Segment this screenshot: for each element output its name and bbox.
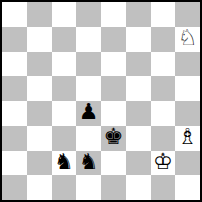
square-e5[interactable] [101, 76, 126, 101]
square-e7[interactable] [101, 27, 126, 52]
square-h6[interactable] [175, 52, 200, 77]
square-c4[interactable] [52, 101, 77, 126]
square-h5[interactable] [175, 76, 200, 101]
square-a6[interactable] [2, 52, 27, 77]
square-a8[interactable] [2, 2, 27, 27]
white-bishop-piece: ♗ [178, 126, 198, 148]
square-c7[interactable] [52, 27, 77, 52]
square-e4[interactable] [101, 101, 126, 126]
board-grid: ♘♟♚♗♞♞♔ [2, 2, 200, 200]
square-c3[interactable] [52, 126, 77, 151]
square-b8[interactable] [27, 2, 52, 27]
square-c6[interactable] [52, 52, 77, 77]
square-f7[interactable] [126, 27, 151, 52]
square-a2[interactable] [2, 151, 27, 176]
square-f1[interactable] [126, 175, 151, 200]
black-knight-piece: ♞ [79, 151, 99, 173]
square-e1[interactable] [101, 175, 126, 200]
square-g3[interactable] [151, 126, 176, 151]
square-d1[interactable] [76, 175, 101, 200]
square-h2[interactable] [175, 151, 200, 176]
square-b1[interactable] [27, 175, 52, 200]
black-pawn-piece: ♟ [79, 101, 99, 123]
square-b3[interactable] [27, 126, 52, 151]
square-a1[interactable] [2, 175, 27, 200]
square-b7[interactable] [27, 27, 52, 52]
square-h3[interactable]: ♗ [175, 126, 200, 151]
square-d7[interactable] [76, 27, 101, 52]
square-d6[interactable] [76, 52, 101, 77]
square-f3[interactable] [126, 126, 151, 151]
square-g4[interactable] [151, 101, 176, 126]
square-h8[interactable] [175, 2, 200, 27]
square-e8[interactable] [101, 2, 126, 27]
square-b4[interactable] [27, 101, 52, 126]
square-d8[interactable] [76, 2, 101, 27]
square-g7[interactable] [151, 27, 176, 52]
square-e3[interactable]: ♚ [101, 126, 126, 151]
square-d3[interactable] [76, 126, 101, 151]
square-f2[interactable] [126, 151, 151, 176]
square-f4[interactable] [126, 101, 151, 126]
square-c8[interactable] [52, 2, 77, 27]
square-b2[interactable] [27, 151, 52, 176]
square-d2[interactable]: ♞ [76, 151, 101, 176]
chess-board: ♘♟♚♗♞♞♔ [0, 0, 202, 202]
square-g5[interactable] [151, 76, 176, 101]
square-c5[interactable] [52, 76, 77, 101]
square-d4[interactable]: ♟ [76, 101, 101, 126]
square-g6[interactable] [151, 52, 176, 77]
white-knight-piece: ♘ [178, 27, 198, 49]
square-b6[interactable] [27, 52, 52, 77]
square-a5[interactable] [2, 76, 27, 101]
square-f8[interactable] [126, 2, 151, 27]
square-g8[interactable] [151, 2, 176, 27]
black-knight-piece: ♞ [54, 151, 74, 173]
square-h7[interactable]: ♘ [175, 27, 200, 52]
black-king-piece: ♚ [104, 126, 124, 148]
square-a3[interactable] [2, 126, 27, 151]
square-e6[interactable] [101, 52, 126, 77]
square-f6[interactable] [126, 52, 151, 77]
square-c2[interactable]: ♞ [52, 151, 77, 176]
square-a4[interactable] [2, 101, 27, 126]
square-a7[interactable] [2, 27, 27, 52]
square-g1[interactable] [151, 175, 176, 200]
square-h4[interactable] [175, 101, 200, 126]
square-e2[interactable] [101, 151, 126, 176]
square-f5[interactable] [126, 76, 151, 101]
square-b5[interactable] [27, 76, 52, 101]
square-d5[interactable] [76, 76, 101, 101]
white-king-piece: ♔ [153, 151, 173, 173]
square-g2[interactable]: ♔ [151, 151, 176, 176]
square-h1[interactable] [175, 175, 200, 200]
square-c1[interactable] [52, 175, 77, 200]
